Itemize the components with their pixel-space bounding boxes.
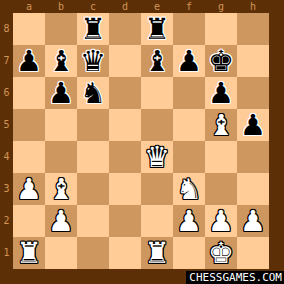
square-e6[interactable] <box>141 77 173 109</box>
white-bishop-piece: ♝ <box>48 173 74 205</box>
square-e3[interactable] <box>141 173 173 205</box>
file-label-b: b <box>45 0 77 13</box>
square-d1[interactable] <box>109 237 141 269</box>
square-e8[interactable]: ♜ <box>141 13 173 45</box>
rank-label-2: 2 <box>0 205 13 237</box>
white-queen-piece: ♛ <box>144 141 170 173</box>
rank-label-1: 1 <box>0 237 13 269</box>
square-a5[interactable] <box>13 109 45 141</box>
rank-labels: 87654321 <box>0 13 13 269</box>
square-d2[interactable] <box>109 205 141 237</box>
board: ♜♜♟♝♛♝♟♚♟♞♟♝♟♛♟♝♞♟♟♟♟♜♜♚ <box>13 13 269 269</box>
square-h4[interactable] <box>237 141 269 173</box>
square-d5[interactable] <box>109 109 141 141</box>
white-rook-piece: ♜ <box>16 237 42 269</box>
square-b1[interactable] <box>45 237 77 269</box>
rank-label-6: 6 <box>0 77 13 109</box>
black-pawn-piece: ♟ <box>240 109 266 141</box>
square-g3[interactable] <box>205 173 237 205</box>
square-h5[interactable]: ♟ <box>237 109 269 141</box>
file-labels: abcdefgh <box>13 0 269 13</box>
black-bishop-piece: ♝ <box>144 45 170 77</box>
rank-label-8: 8 <box>0 13 13 45</box>
square-h6[interactable] <box>237 77 269 109</box>
square-e5[interactable] <box>141 109 173 141</box>
black-queen-piece: ♛ <box>80 45 106 77</box>
square-d6[interactable] <box>109 77 141 109</box>
black-rook-piece: ♜ <box>144 13 170 45</box>
square-e4[interactable]: ♛ <box>141 141 173 173</box>
file-label-g: g <box>205 0 237 13</box>
square-h3[interactable] <box>237 173 269 205</box>
square-d8[interactable] <box>109 13 141 45</box>
site-branding-label: CHESSGAMES.COM <box>189 272 282 284</box>
square-g8[interactable] <box>205 13 237 45</box>
white-pawn-piece: ♟ <box>176 205 202 237</box>
square-a1[interactable]: ♜ <box>13 237 45 269</box>
square-c5[interactable] <box>77 109 109 141</box>
site-branding: CHESSGAMES.COM <box>186 271 284 284</box>
white-pawn-piece: ♟ <box>240 205 266 237</box>
square-e2[interactable] <box>141 205 173 237</box>
square-h8[interactable] <box>237 13 269 45</box>
file-label-d: d <box>109 0 141 13</box>
file-label-a: a <box>13 0 45 13</box>
square-a3[interactable]: ♟ <box>13 173 45 205</box>
black-rook-piece: ♜ <box>80 13 106 45</box>
square-c3[interactable] <box>77 173 109 205</box>
square-f8[interactable] <box>173 13 205 45</box>
square-c2[interactable] <box>77 205 109 237</box>
rank-label-5: 5 <box>0 109 13 141</box>
square-a6[interactable] <box>13 77 45 109</box>
square-b3[interactable]: ♝ <box>45 173 77 205</box>
square-b7[interactable]: ♝ <box>45 45 77 77</box>
black-knight-piece: ♞ <box>80 77 106 109</box>
square-b4[interactable] <box>45 141 77 173</box>
square-b5[interactable] <box>45 109 77 141</box>
square-f4[interactable] <box>173 141 205 173</box>
square-e7[interactable]: ♝ <box>141 45 173 77</box>
square-h7[interactable] <box>237 45 269 77</box>
square-h2[interactable]: ♟ <box>237 205 269 237</box>
square-c8[interactable]: ♜ <box>77 13 109 45</box>
white-pawn-piece: ♟ <box>16 173 42 205</box>
square-d4[interactable] <box>109 141 141 173</box>
board-frame: abcdefgh 87654321 ♜♜♟♝♛♝♟♚♟♞♟♝♟♛♟♝♞♟♟♟♟♜… <box>0 0 284 284</box>
square-a2[interactable] <box>13 205 45 237</box>
white-rook-piece: ♜ <box>144 237 170 269</box>
file-label-h: h <box>237 0 269 13</box>
square-a4[interactable] <box>13 141 45 173</box>
square-f1[interactable] <box>173 237 205 269</box>
square-e1[interactable]: ♜ <box>141 237 173 269</box>
square-g1[interactable]: ♚ <box>205 237 237 269</box>
white-bishop-piece: ♝ <box>208 109 234 141</box>
black-pawn-piece: ♟ <box>16 45 42 77</box>
square-h1[interactable] <box>237 237 269 269</box>
square-c6[interactable]: ♞ <box>77 77 109 109</box>
rank-label-3: 3 <box>0 173 13 205</box>
square-g2[interactable]: ♟ <box>205 205 237 237</box>
square-a7[interactable]: ♟ <box>13 45 45 77</box>
square-g6[interactable]: ♟ <box>205 77 237 109</box>
square-a8[interactable] <box>13 13 45 45</box>
black-pawn-piece: ♟ <box>176 45 202 77</box>
white-knight-piece: ♞ <box>176 173 202 205</box>
square-b8[interactable] <box>45 13 77 45</box>
square-g7[interactable]: ♚ <box>205 45 237 77</box>
square-f2[interactable]: ♟ <box>173 205 205 237</box>
white-pawn-piece: ♟ <box>48 205 74 237</box>
square-c1[interactable] <box>77 237 109 269</box>
white-king-piece: ♚ <box>208 237 234 269</box>
rank-label-4: 4 <box>0 141 13 173</box>
black-pawn-piece: ♟ <box>48 77 74 109</box>
square-d3[interactable] <box>109 173 141 205</box>
file-label-f: f <box>173 0 205 13</box>
square-g4[interactable] <box>205 141 237 173</box>
square-f5[interactable] <box>173 109 205 141</box>
black-bishop-piece: ♝ <box>48 45 74 77</box>
white-pawn-piece: ♟ <box>208 205 234 237</box>
black-king-piece: ♚ <box>208 45 234 77</box>
square-d7[interactable] <box>109 45 141 77</box>
square-g5[interactable]: ♝ <box>205 109 237 141</box>
square-f7[interactable]: ♟ <box>173 45 205 77</box>
square-c4[interactable] <box>77 141 109 173</box>
square-f3[interactable]: ♞ <box>173 173 205 205</box>
black-pawn-piece: ♟ <box>208 77 234 109</box>
rank-label-7: 7 <box>0 45 13 77</box>
square-c7[interactable]: ♛ <box>77 45 109 77</box>
square-b2[interactable]: ♟ <box>45 205 77 237</box>
square-b6[interactable]: ♟ <box>45 77 77 109</box>
square-f6[interactable] <box>173 77 205 109</box>
